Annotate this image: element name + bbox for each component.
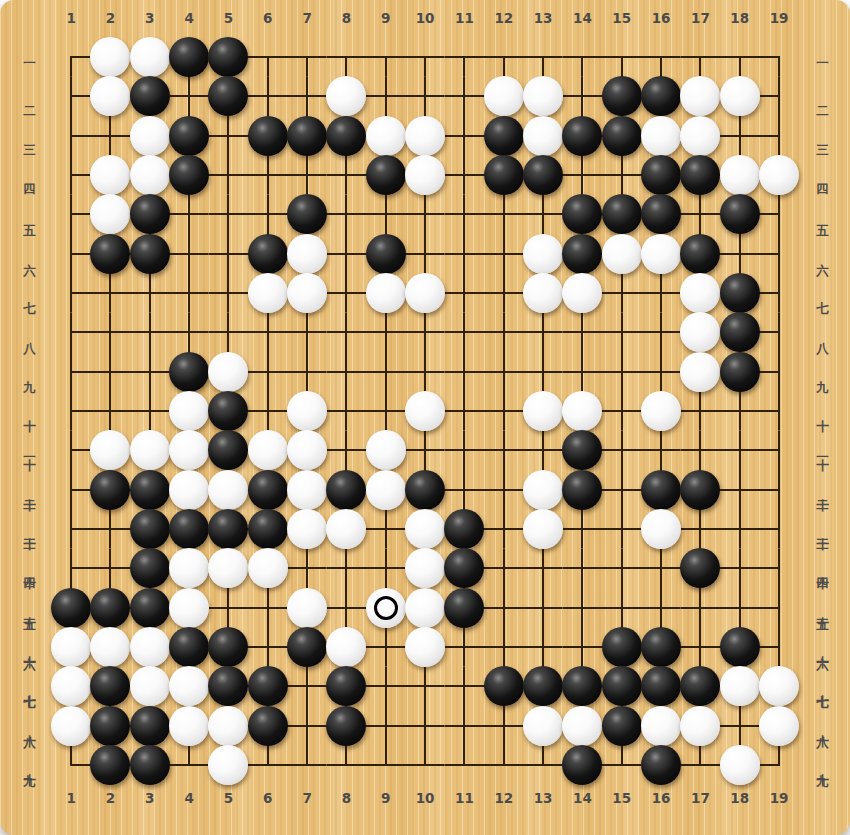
board-cell[interactable]	[130, 549, 169, 588]
board-cell[interactable]	[720, 273, 759, 312]
board-cell[interactable]	[720, 116, 759, 155]
board-cell[interactable]	[720, 155, 759, 194]
board-cell[interactable]	[130, 431, 169, 470]
board-cell[interactable]	[169, 627, 208, 666]
board-cell[interactable]	[563, 195, 602, 234]
board-cell[interactable]	[130, 588, 169, 627]
board-cell[interactable]	[523, 627, 562, 666]
board-cell[interactable]	[523, 549, 562, 588]
board-cell[interactable]	[169, 77, 208, 116]
board-cell[interactable]	[523, 195, 562, 234]
board-cell[interactable]	[405, 273, 444, 312]
board-cell[interactable]	[602, 77, 641, 116]
board-cell[interactable]	[563, 77, 602, 116]
board-cell[interactable]	[327, 588, 366, 627]
board-cell[interactable]	[169, 706, 208, 745]
board-cell[interactable]	[602, 549, 641, 588]
board-cell[interactable]	[287, 745, 326, 784]
board-cell[interactable]	[484, 234, 523, 273]
board-cell[interactable]	[366, 745, 405, 784]
board-cell[interactable]	[91, 313, 130, 352]
board-cell[interactable]	[759, 195, 798, 234]
board-cell[interactable]	[720, 77, 759, 116]
board-cell[interactable]	[720, 391, 759, 430]
board-cell[interactable]	[91, 391, 130, 430]
board-cell[interactable]	[248, 470, 287, 509]
board-cell[interactable]	[484, 273, 523, 312]
board-cell[interactable]	[130, 273, 169, 312]
board-cell[interactable]	[366, 37, 405, 76]
board-cell[interactable]	[169, 313, 208, 352]
board-cell[interactable]	[720, 549, 759, 588]
board-cell[interactable]	[445, 37, 484, 76]
board-cell[interactable]	[720, 195, 759, 234]
board-cell[interactable]	[248, 509, 287, 548]
board-cell[interactable]	[563, 352, 602, 391]
board-cell[interactable]	[169, 431, 208, 470]
board-cell[interactable]	[523, 37, 562, 76]
board-cell[interactable]	[563, 588, 602, 627]
board-cell[interactable]	[563, 627, 602, 666]
board-cell[interactable]	[287, 391, 326, 430]
board-cell[interactable]	[91, 667, 130, 706]
board-cell[interactable]	[641, 431, 680, 470]
board-cell[interactable]	[445, 745, 484, 784]
board-cell[interactable]	[720, 509, 759, 548]
board-cell[interactable]	[91, 745, 130, 784]
board-cell[interactable]	[759, 116, 798, 155]
board-cell[interactable]	[130, 352, 169, 391]
board-cell[interactable]	[523, 706, 562, 745]
board-cell[interactable]	[405, 627, 444, 666]
board-cell[interactable]	[169, 155, 208, 194]
board-cell[interactable]	[91, 431, 130, 470]
board-cell[interactable]	[602, 667, 641, 706]
board-cell[interactable]	[209, 745, 248, 784]
board-cell[interactable]	[91, 470, 130, 509]
board-cell[interactable]	[405, 549, 444, 588]
board-cell[interactable]	[484, 195, 523, 234]
board-cell[interactable]	[602, 155, 641, 194]
board-cell[interactable]	[130, 391, 169, 430]
board-cell[interactable]	[130, 195, 169, 234]
board-cell[interactable]	[248, 588, 287, 627]
board-cell[interactable]	[681, 549, 720, 588]
board-cell[interactable]	[52, 37, 91, 76]
board-cell[interactable]	[327, 352, 366, 391]
board-cell[interactable]	[720, 431, 759, 470]
board-cell[interactable]	[405, 509, 444, 548]
board-cell[interactable]	[52, 273, 91, 312]
board-cell[interactable]	[209, 234, 248, 273]
board-cell[interactable]	[523, 77, 562, 116]
board-cell[interactable]	[91, 273, 130, 312]
board-cell[interactable]	[681, 37, 720, 76]
board-cell[interactable]	[602, 313, 641, 352]
board-cell[interactable]	[209, 391, 248, 430]
board-cell[interactable]	[248, 431, 287, 470]
board-cell[interactable]	[641, 667, 680, 706]
board-cell[interactable]	[169, 470, 208, 509]
board-cell[interactable]	[602, 37, 641, 76]
board-cell[interactable]	[523, 313, 562, 352]
board-cell[interactable]	[130, 155, 169, 194]
board-cell[interactable]	[641, 273, 680, 312]
board-cell[interactable]	[327, 37, 366, 76]
board-cell[interactable]	[209, 273, 248, 312]
board-cell[interactable]	[405, 745, 444, 784]
board-cell[interactable]	[602, 509, 641, 548]
board-cell[interactable]	[681, 391, 720, 430]
board-cell[interactable]	[445, 234, 484, 273]
board-cell[interactable]	[248, 77, 287, 116]
board-cell[interactable]	[91, 155, 130, 194]
board-cell[interactable]	[248, 195, 287, 234]
board-cell[interactable]	[563, 155, 602, 194]
board-cell[interactable]	[602, 352, 641, 391]
board-cell[interactable]	[759, 352, 798, 391]
board-cell[interactable]	[720, 706, 759, 745]
board-cell[interactable]	[759, 37, 798, 76]
board-cell[interactable]	[287, 509, 326, 548]
board-cell[interactable]	[52, 77, 91, 116]
board-cell[interactable]	[52, 155, 91, 194]
board-cell[interactable]	[445, 391, 484, 430]
board-cell[interactable]	[720, 627, 759, 666]
board-cell[interactable]	[602, 588, 641, 627]
board-cell[interactable]	[52, 627, 91, 666]
board-cell[interactable]	[405, 667, 444, 706]
board-cell[interactable]	[52, 509, 91, 548]
board-cell[interactable]	[563, 470, 602, 509]
board-cell[interactable]	[445, 352, 484, 391]
board-cell[interactable]	[445, 313, 484, 352]
board-cell[interactable]	[759, 509, 798, 548]
board-cell[interactable]	[445, 627, 484, 666]
board-cell[interactable]	[366, 627, 405, 666]
board-cell[interactable]	[130, 470, 169, 509]
board-cell[interactable]	[209, 549, 248, 588]
board-cell[interactable]	[484, 352, 523, 391]
board-cell[interactable]	[209, 195, 248, 234]
board-cell[interactable]	[484, 627, 523, 666]
board-cell[interactable]	[641, 470, 680, 509]
board-cell[interactable]	[287, 273, 326, 312]
board-cell[interactable]	[720, 234, 759, 273]
board-cell[interactable]	[445, 273, 484, 312]
board-cell[interactable]	[405, 155, 444, 194]
board-cell[interactable]	[169, 37, 208, 76]
board-cell[interactable]	[366, 706, 405, 745]
board-cell[interactable]	[52, 352, 91, 391]
board-cell[interactable]	[327, 745, 366, 784]
board-cell[interactable]	[91, 116, 130, 155]
board-cell[interactable]	[720, 588, 759, 627]
board-cell[interactable]	[405, 313, 444, 352]
board-cell[interactable]	[209, 116, 248, 155]
board-cell[interactable]	[169, 745, 208, 784]
board-cell[interactable]	[681, 706, 720, 745]
board-cell[interactable]	[681, 155, 720, 194]
board-cell[interactable]	[681, 745, 720, 784]
board-cell[interactable]	[91, 509, 130, 548]
board-cell[interactable]	[52, 706, 91, 745]
board-cell[interactable]	[445, 470, 484, 509]
board-cell[interactable]	[523, 116, 562, 155]
board-cell[interactable]	[169, 667, 208, 706]
board-cell[interactable]	[169, 352, 208, 391]
board-cell[interactable]	[681, 509, 720, 548]
board-cell[interactable]	[563, 706, 602, 745]
board-cell[interactable]	[405, 391, 444, 430]
board-cell[interactable]	[52, 234, 91, 273]
board-cell[interactable]	[209, 37, 248, 76]
board-cell[interactable]	[52, 745, 91, 784]
board-cell[interactable]	[563, 391, 602, 430]
board-cell[interactable]	[209, 352, 248, 391]
board-cell[interactable]	[484, 588, 523, 627]
board-cell[interactable]	[287, 352, 326, 391]
board-cell[interactable]	[681, 667, 720, 706]
board-cell[interactable]	[52, 313, 91, 352]
board-cell[interactable]	[287, 234, 326, 273]
board-cell[interactable]	[681, 588, 720, 627]
board-cell[interactable]	[130, 706, 169, 745]
board-cell[interactable]	[366, 77, 405, 116]
board-cell[interactable]	[327, 155, 366, 194]
board-cell[interactable]	[445, 116, 484, 155]
board-cell[interactable]	[91, 77, 130, 116]
board-cell[interactable]	[681, 627, 720, 666]
board-cell[interactable]	[602, 116, 641, 155]
board-cell[interactable]	[130, 37, 169, 76]
board-cell[interactable]	[248, 155, 287, 194]
board-cell[interactable]	[287, 77, 326, 116]
board-cell[interactable]	[681, 431, 720, 470]
board-cell[interactable]	[287, 667, 326, 706]
board-cell[interactable]	[130, 77, 169, 116]
board-cell[interactable]	[641, 588, 680, 627]
board-cell[interactable]	[405, 588, 444, 627]
board-cell[interactable]	[720, 745, 759, 784]
board-cell[interactable]	[720, 37, 759, 76]
board-cell[interactable]	[209, 470, 248, 509]
board-cell[interactable]	[169, 234, 208, 273]
board-cell[interactable]	[602, 234, 641, 273]
board-cell[interactable]	[327, 667, 366, 706]
board-cell[interactable]	[327, 195, 366, 234]
board-cell[interactable]	[484, 431, 523, 470]
board-cell[interactable]	[248, 352, 287, 391]
board-cell[interactable]	[563, 116, 602, 155]
board-cell[interactable]	[445, 77, 484, 116]
board-cell[interactable]	[523, 470, 562, 509]
board-cell[interactable]	[327, 509, 366, 548]
board-cell[interactable]	[759, 391, 798, 430]
board-cell[interactable]	[52, 549, 91, 588]
board-cell[interactable]	[327, 313, 366, 352]
board-cell[interactable]	[366, 549, 405, 588]
board-cell[interactable]	[523, 234, 562, 273]
board-cell[interactable]	[563, 313, 602, 352]
board-cell[interactable]	[405, 352, 444, 391]
board-cell[interactable]	[287, 431, 326, 470]
board-cell[interactable]	[759, 706, 798, 745]
board-cell[interactable]	[759, 627, 798, 666]
board-cell[interactable]	[405, 195, 444, 234]
board-cell[interactable]	[248, 273, 287, 312]
board-cell[interactable]	[52, 588, 91, 627]
board-cell[interactable]	[91, 706, 130, 745]
board-cell[interactable]	[602, 470, 641, 509]
board-cell[interactable]	[759, 745, 798, 784]
board-cell[interactable]	[366, 509, 405, 548]
board-cell[interactable]	[641, 391, 680, 430]
board-cell[interactable]	[563, 273, 602, 312]
board-cell[interactable]	[130, 234, 169, 273]
board-cell[interactable]	[445, 155, 484, 194]
board-cell[interactable]	[209, 588, 248, 627]
board-cell[interactable]	[445, 195, 484, 234]
board-cell[interactable]	[641, 37, 680, 76]
board-cell[interactable]	[209, 431, 248, 470]
board-cell[interactable]	[759, 470, 798, 509]
board-cell[interactable]	[563, 667, 602, 706]
board-cell[interactable]	[169, 509, 208, 548]
board-cell[interactable]	[130, 509, 169, 548]
board-cell[interactable]	[405, 116, 444, 155]
board-cell[interactable]	[602, 745, 641, 784]
board-cell[interactable]	[602, 627, 641, 666]
board-cell[interactable]	[484, 391, 523, 430]
board-cell[interactable]	[366, 313, 405, 352]
board-cell[interactable]	[720, 352, 759, 391]
board-cell[interactable]	[366, 588, 405, 627]
board-cell[interactable]	[602, 431, 641, 470]
board-cell[interactable]	[366, 352, 405, 391]
board-cell[interactable]	[169, 391, 208, 430]
board-cell[interactable]	[287, 470, 326, 509]
board-cell[interactable]	[327, 470, 366, 509]
board-cell[interactable]	[169, 116, 208, 155]
board-cell[interactable]	[405, 234, 444, 273]
board-cell[interactable]	[759, 313, 798, 352]
board-cell[interactable]	[287, 627, 326, 666]
board-cell[interactable]	[484, 313, 523, 352]
board-cell[interactable]	[130, 667, 169, 706]
board-cell[interactable]	[130, 627, 169, 666]
board-cell[interactable]	[91, 588, 130, 627]
board-cell[interactable]	[248, 313, 287, 352]
board-cell[interactable]	[248, 391, 287, 430]
board-cell[interactable]	[209, 627, 248, 666]
board-cell[interactable]	[366, 431, 405, 470]
board-cell[interactable]	[681, 77, 720, 116]
board-cell[interactable]	[484, 509, 523, 548]
board-cell[interactable]	[563, 509, 602, 548]
board-cell[interactable]	[759, 234, 798, 273]
board-cell[interactable]	[366, 391, 405, 430]
board-cell[interactable]	[327, 627, 366, 666]
board-cell[interactable]	[169, 195, 208, 234]
board-cell[interactable]	[759, 667, 798, 706]
board-cell[interactable]	[209, 155, 248, 194]
board-cell[interactable]	[209, 667, 248, 706]
board-cell[interactable]	[681, 352, 720, 391]
board-cell[interactable]	[327, 234, 366, 273]
board-cell[interactable]	[248, 627, 287, 666]
board-cell[interactable]	[52, 667, 91, 706]
board-cell[interactable]	[366, 155, 405, 194]
board-cell[interactable]	[327, 706, 366, 745]
board-cell[interactable]	[681, 195, 720, 234]
board-cell[interactable]	[641, 195, 680, 234]
board-cell[interactable]	[327, 273, 366, 312]
board-cell[interactable]	[405, 77, 444, 116]
board-cell[interactable]	[209, 509, 248, 548]
board-cell[interactable]	[130, 745, 169, 784]
board-cell[interactable]	[681, 273, 720, 312]
board-cell[interactable]	[681, 470, 720, 509]
board-cell[interactable]	[484, 37, 523, 76]
board-cell[interactable]	[91, 37, 130, 76]
board-cell[interactable]	[484, 77, 523, 116]
board-cell[interactable]	[641, 77, 680, 116]
board-cell[interactable]	[523, 273, 562, 312]
board-cell[interactable]	[248, 549, 287, 588]
board-cell[interactable]	[91, 195, 130, 234]
board-cell[interactable]	[759, 431, 798, 470]
board-cell[interactable]	[641, 509, 680, 548]
board-cell[interactable]	[720, 470, 759, 509]
board-cell[interactable]	[52, 391, 91, 430]
board-cell[interactable]	[287, 588, 326, 627]
board-cell[interactable]	[484, 667, 523, 706]
board-cell[interactable]	[445, 667, 484, 706]
board-cell[interactable]	[523, 431, 562, 470]
board-cell[interactable]	[681, 313, 720, 352]
board-cell[interactable]	[641, 706, 680, 745]
board-cell[interactable]	[523, 745, 562, 784]
board-cell[interactable]	[484, 116, 523, 155]
board-cell[interactable]	[484, 706, 523, 745]
board-cell[interactable]	[91, 549, 130, 588]
board-cell[interactable]	[169, 549, 208, 588]
board-cell[interactable]	[287, 155, 326, 194]
board-cell[interactable]	[52, 470, 91, 509]
board-cell[interactable]	[52, 431, 91, 470]
board-cell[interactable]	[641, 745, 680, 784]
board-cell[interactable]	[759, 155, 798, 194]
board-cell[interactable]	[523, 155, 562, 194]
board-cell[interactable]	[602, 273, 641, 312]
board-cell[interactable]	[52, 195, 91, 234]
board-cell[interactable]	[641, 352, 680, 391]
board-cell[interactable]	[248, 745, 287, 784]
board-cell[interactable]	[445, 588, 484, 627]
board-cell[interactable]	[641, 155, 680, 194]
board-cell[interactable]	[720, 667, 759, 706]
board-cell[interactable]	[366, 116, 405, 155]
board-cell[interactable]	[759, 549, 798, 588]
board-cell[interactable]	[169, 273, 208, 312]
board-cell[interactable]	[287, 195, 326, 234]
board-cell[interactable]	[563, 745, 602, 784]
board-cell[interactable]	[602, 195, 641, 234]
board-cell[interactable]	[169, 588, 208, 627]
board-cell[interactable]	[366, 667, 405, 706]
board-cell[interactable]	[327, 549, 366, 588]
